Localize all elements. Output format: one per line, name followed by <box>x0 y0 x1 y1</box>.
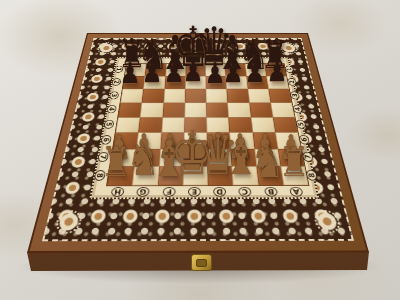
square-e8 <box>183 167 208 186</box>
square-f4 <box>162 103 184 118</box>
square-d8 <box>207 167 233 186</box>
square-g1 <box>145 64 166 76</box>
square-d2 <box>206 76 227 89</box>
square-a1 <box>264 64 286 76</box>
square-f8 <box>157 167 183 186</box>
square-f6 <box>160 133 184 149</box>
square-h6 <box>113 133 138 149</box>
square-d6 <box>207 133 231 149</box>
latch-slot <box>196 259 207 267</box>
square-b6 <box>252 133 277 149</box>
square-a5 <box>273 117 298 132</box>
square-e3 <box>185 89 206 103</box>
square-e4 <box>184 103 206 118</box>
chess-board: HGFEDCBA1122334455667788 <box>27 33 369 253</box>
square-b2 <box>246 76 268 89</box>
square-e2 <box>185 76 206 89</box>
square-e6 <box>184 133 208 149</box>
square-h1 <box>125 64 147 76</box>
square-d1 <box>205 64 225 76</box>
square-d3 <box>206 89 228 103</box>
square-c1 <box>225 64 246 76</box>
square-c5 <box>228 117 252 132</box>
brass-latch <box>191 254 212 271</box>
square-c7 <box>231 149 256 167</box>
square-h3 <box>120 89 143 103</box>
square-f1 <box>165 64 186 76</box>
square-b4 <box>249 103 273 118</box>
square-h2 <box>123 76 145 89</box>
square-h8 <box>107 167 134 186</box>
square-e5 <box>184 117 207 132</box>
scene: HGFEDCBA1122334455667788 ♜♞♝♚♛♝♞♜♟♟♟♟♟♟♟… <box>0 0 400 300</box>
square-c3 <box>227 89 249 103</box>
square-a8 <box>280 166 308 185</box>
square-b7 <box>254 149 280 167</box>
square-g3 <box>142 89 164 103</box>
square-f5 <box>161 117 184 132</box>
square-h5 <box>116 117 141 132</box>
file-label-e: E <box>188 187 201 197</box>
square-f3 <box>163 89 185 103</box>
square-a2 <box>266 76 289 89</box>
square-a3 <box>268 89 292 103</box>
square-b5 <box>251 117 275 132</box>
square-c8 <box>232 167 258 186</box>
square-c4 <box>228 103 251 118</box>
square-g5 <box>138 117 162 132</box>
square-d7 <box>207 149 232 167</box>
square-b1 <box>245 64 267 76</box>
file-label-f: F <box>162 187 175 197</box>
square-g8 <box>132 167 159 186</box>
square-e7 <box>183 149 207 167</box>
square-a6 <box>275 132 301 148</box>
square-e1 <box>185 64 205 76</box>
square-h7 <box>110 149 136 167</box>
square-g6 <box>136 133 161 149</box>
square-d5 <box>206 117 229 132</box>
square-g7 <box>134 149 160 167</box>
square-h4 <box>118 103 142 118</box>
square-c6 <box>230 133 255 149</box>
board-grid <box>106 63 310 186</box>
square-f2 <box>164 76 185 89</box>
square-a4 <box>270 103 294 118</box>
square-g2 <box>143 76 165 89</box>
square-b3 <box>247 89 270 103</box>
square-f7 <box>159 149 184 167</box>
square-c2 <box>226 76 248 89</box>
square-g4 <box>140 103 163 118</box>
square-d4 <box>206 103 228 118</box>
square-a7 <box>278 149 305 167</box>
square-b8 <box>256 166 283 185</box>
